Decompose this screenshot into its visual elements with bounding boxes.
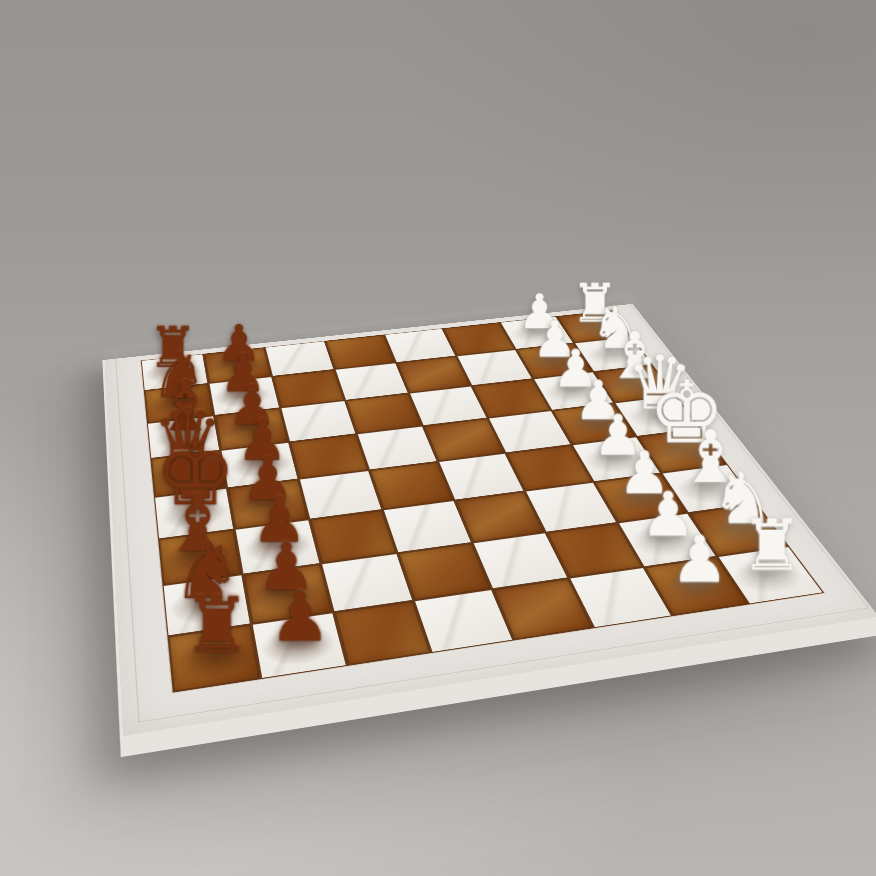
piece-glyph: ♜	[131, 588, 303, 664]
photo-stage: ♜♞♝♛♚♝♞♜♟♟♟♟♟♟♟♟♟♟♟♟♟♟♟♟♜♞♝♛♚♝♞♜	[0, 0, 876, 876]
board-field: ♜♞♝♛♚♝♞♜♟♟♟♟♟♟♟♟♟♟♟♟♟♟♟♟♜♞♝♛♚♝♞♜	[141, 310, 824, 692]
piece-glyph: ♟	[619, 527, 780, 591]
square-h5	[415, 590, 512, 652]
square-d4	[424, 419, 504, 461]
